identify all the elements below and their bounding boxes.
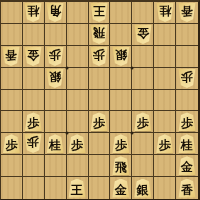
board-cell[interactable]: 歩 xyxy=(176,111,198,133)
piece-kanji: 歩 xyxy=(137,114,149,129)
board-cell[interactable] xyxy=(67,2,89,24)
board-cell[interactable] xyxy=(45,90,67,112)
board-cell[interactable] xyxy=(23,177,45,199)
piece-kanji: 角 xyxy=(49,5,61,20)
board-cell[interactable]: 歩 xyxy=(45,46,67,68)
board-cell[interactable]: 歩 xyxy=(110,133,132,155)
board-cell[interactable]: 銀 xyxy=(110,46,132,68)
board-cell[interactable] xyxy=(45,24,67,46)
piece-kanji: 銀 xyxy=(137,181,149,196)
piece-角-gote[interactable]: 角 xyxy=(46,3,64,22)
board-cell[interactable]: 歩 xyxy=(23,133,45,155)
piece-金-sente[interactable]: 金 xyxy=(112,179,130,198)
board-cell[interactable] xyxy=(1,24,23,46)
piece-kanji: 歩 xyxy=(49,49,61,64)
board-cell[interactable] xyxy=(89,68,111,90)
piece-銀-gote[interactable]: 銀 xyxy=(112,47,130,66)
piece-飛-gote[interactable]: 飛 xyxy=(90,25,108,44)
board-cell[interactable]: 金 xyxy=(23,46,45,68)
board-cell[interactable] xyxy=(67,155,89,177)
piece-kanji: 飛 xyxy=(93,27,105,42)
piece-kanji: 王 xyxy=(93,5,105,20)
piece-kanji: 歩 xyxy=(115,136,127,151)
piece-kanji: 歩 xyxy=(71,136,83,151)
piece-歩-sente[interactable]: 歩 xyxy=(68,134,86,153)
board-cell[interactable] xyxy=(110,90,132,112)
board-cell[interactable]: 歩 xyxy=(132,111,154,133)
piece-kanji: 桂 xyxy=(49,136,61,151)
board-cell[interactable]: 銀 xyxy=(132,177,154,199)
board-cell[interactable] xyxy=(45,177,67,199)
hoshi-dot xyxy=(131,132,134,135)
piece-kanji: 金 xyxy=(181,158,193,173)
board-cell[interactable] xyxy=(154,68,176,90)
board-cell[interactable] xyxy=(1,155,23,177)
board-cell[interactable] xyxy=(45,111,67,133)
board-cell[interactable] xyxy=(176,90,198,112)
piece-kanji: 金 xyxy=(115,181,127,196)
piece-香-gote[interactable]: 香 xyxy=(178,3,196,22)
piece-kanji: 桂 xyxy=(159,5,171,20)
piece-香-gote[interactable]: 香 xyxy=(2,47,20,66)
piece-歩-sente[interactable]: 歩 xyxy=(134,112,152,131)
board-cell[interactable]: 王 xyxy=(89,2,111,24)
board-cell[interactable]: 歩 xyxy=(89,46,111,68)
board-cell[interactable] xyxy=(110,68,132,90)
piece-歩-sente[interactable]: 歩 xyxy=(178,112,196,131)
board-cell[interactable]: 香 xyxy=(176,177,198,199)
piece-kanji: 歩 xyxy=(159,136,171,151)
board-cell[interactable]: 飛 xyxy=(89,24,111,46)
piece-kanji: 銀 xyxy=(49,71,61,86)
piece-kanji: 香 xyxy=(5,49,17,64)
board-cell[interactable] xyxy=(1,68,23,90)
piece-桂-gote[interactable]: 桂 xyxy=(24,3,42,22)
hoshi-dot xyxy=(65,66,68,69)
piece-歩-gote[interactable]: 歩 xyxy=(46,47,64,66)
board-cell[interactable] xyxy=(154,24,176,46)
piece-kanji: 金 xyxy=(137,27,149,42)
board-cell[interactable]: 歩 xyxy=(1,133,23,155)
piece-金-gote[interactable]: 金 xyxy=(24,47,42,66)
board-cell[interactable] xyxy=(132,90,154,112)
board-cell[interactable]: 香 xyxy=(176,2,198,24)
piece-kanji: 香 xyxy=(181,5,193,20)
piece-歩-sente[interactable]: 歩 xyxy=(24,112,42,131)
piece-歩-gote[interactable]: 歩 xyxy=(90,47,108,66)
piece-歩-gote[interactable]: 歩 xyxy=(178,69,196,88)
hoshi-dot xyxy=(131,66,134,69)
board-cell[interactable] xyxy=(110,24,132,46)
piece-kanji: 王 xyxy=(71,181,83,196)
piece-銀-gote[interactable]: 銀 xyxy=(46,69,64,88)
board-cell[interactable] xyxy=(23,24,45,46)
board-cell[interactable] xyxy=(176,24,198,46)
piece-金-gote[interactable]: 金 xyxy=(134,25,152,44)
board-cell[interactable]: 飛 xyxy=(110,155,132,177)
piece-歩-sente[interactable]: 歩 xyxy=(2,134,20,153)
board-cell[interactable] xyxy=(176,46,198,68)
piece-kanji: 歩 xyxy=(5,136,17,151)
hoshi-dot xyxy=(65,132,68,135)
piece-kanji: 香 xyxy=(181,181,193,196)
board-cell[interactable] xyxy=(1,2,23,24)
piece-歩-sente[interactable]: 歩 xyxy=(112,134,130,153)
board-cell[interactable] xyxy=(154,155,176,177)
board-cell[interactable] xyxy=(132,68,154,90)
board-cell[interactable]: 金 xyxy=(176,155,198,177)
board-cell[interactable] xyxy=(110,2,132,24)
board-cell[interactable] xyxy=(89,133,111,155)
piece-kanji: 歩 xyxy=(93,49,105,64)
board-cell[interactable] xyxy=(89,155,111,177)
piece-kanji: 桂 xyxy=(181,136,193,151)
board-cell[interactable] xyxy=(1,90,23,112)
board-cell[interactable] xyxy=(67,24,89,46)
board-cell[interactable] xyxy=(154,46,176,68)
board-cell[interactable] xyxy=(132,2,154,24)
board-cell[interactable] xyxy=(132,46,154,68)
board-cell[interactable] xyxy=(110,111,132,133)
board-cell[interactable] xyxy=(23,90,45,112)
piece-kanji: 歩 xyxy=(27,114,39,129)
board-cell[interactable]: 歩 xyxy=(89,111,111,133)
board-cell[interactable]: 銀 xyxy=(45,68,67,90)
board-cell[interactable]: 桂 xyxy=(23,2,45,24)
piece-飛-sente[interactable]: 飛 xyxy=(112,156,130,175)
piece-歩-gote[interactable]: 歩 xyxy=(24,134,42,153)
piece-歩-sente[interactable]: 歩 xyxy=(156,134,174,153)
board-cell[interactable]: 歩 xyxy=(154,133,176,155)
board-cell[interactable] xyxy=(67,46,89,68)
board-cell[interactable]: 桂 xyxy=(45,133,67,155)
board-cell[interactable] xyxy=(132,155,154,177)
piece-kanji: 飛 xyxy=(115,158,127,173)
piece-桂-sente[interactable]: 桂 xyxy=(178,134,196,153)
piece-kanji: 銀 xyxy=(115,49,127,64)
board-cell[interactable]: 王 xyxy=(67,177,89,199)
piece-銀-sente[interactable]: 銀 xyxy=(134,179,152,198)
board-cell[interactable] xyxy=(45,155,67,177)
board-cell[interactable]: 香 xyxy=(1,46,23,68)
board-cell[interactable] xyxy=(67,68,89,90)
board-cell[interactable]: 桂 xyxy=(154,2,176,24)
board-grid: 桂角王桂香飛金香金歩歩銀銀歩歩歩歩歩歩歩桂歩歩歩桂飛金王金銀香 xyxy=(1,2,198,199)
board-cell[interactable] xyxy=(23,68,45,90)
board-cell[interactable] xyxy=(132,133,154,155)
piece-桂-gote[interactable]: 桂 xyxy=(156,3,174,22)
piece-王-gote[interactable]: 王 xyxy=(90,3,108,22)
piece-kanji: 桂 xyxy=(27,5,39,20)
board-cell[interactable]: 角 xyxy=(45,2,67,24)
board-cell[interactable] xyxy=(89,177,111,199)
piece-kanji: 歩 xyxy=(181,71,193,86)
piece-kanji: 歩 xyxy=(27,136,39,151)
piece-金-sente[interactable]: 金 xyxy=(178,156,196,175)
piece-kanji: 歩 xyxy=(181,114,193,129)
board-cell[interactable]: 歩 xyxy=(176,68,198,90)
board-cell[interactable] xyxy=(67,111,89,133)
piece-王-sente[interactable]: 王 xyxy=(68,179,86,198)
board-cell[interactable]: 歩 xyxy=(67,133,89,155)
board-cell[interactable] xyxy=(23,155,45,177)
board-cell[interactable]: 桂 xyxy=(176,133,198,155)
piece-歩-sente[interactable]: 歩 xyxy=(90,112,108,131)
board-cell[interactable] xyxy=(67,90,89,112)
board-cell[interactable] xyxy=(154,177,176,199)
board-cell[interactable] xyxy=(154,90,176,112)
board-cell[interactable] xyxy=(1,177,23,199)
board-cell[interactable] xyxy=(154,111,176,133)
piece-香-sente[interactable]: 香 xyxy=(178,179,196,198)
board-cell[interactable] xyxy=(89,90,111,112)
board-cell[interactable]: 歩 xyxy=(23,111,45,133)
board-cell[interactable] xyxy=(1,111,23,133)
board-cell[interactable]: 金 xyxy=(132,24,154,46)
piece-kanji: 歩 xyxy=(93,114,105,129)
board-cell[interactable]: 金 xyxy=(110,177,132,199)
piece-kanji: 金 xyxy=(27,49,39,64)
shogi-board: 桂角王桂香飛金香金歩歩銀銀歩歩歩歩歩歩歩桂歩歩歩桂飛金王金銀香 xyxy=(0,0,200,200)
piece-桂-sente[interactable]: 桂 xyxy=(46,134,64,153)
